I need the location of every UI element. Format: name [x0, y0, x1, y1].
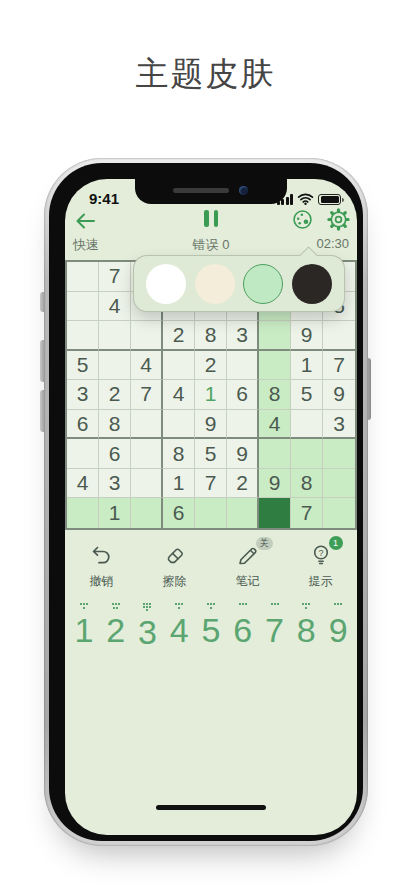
cell-r9c3[interactable] — [131, 498, 163, 528]
undo-icon — [88, 541, 116, 568]
cell-r6c6[interactable] — [227, 410, 259, 440]
remaining-dots-2 — [110, 603, 121, 610]
home-indicator — [156, 805, 266, 810]
cell-r5c9[interactable]: 9 — [323, 380, 355, 410]
status-icons — [277, 193, 342, 205]
cell-r5c6[interactable]: 6 — [227, 380, 259, 410]
cell-r7c8[interactable] — [291, 439, 323, 469]
pencil-icon: 关 — [234, 541, 262, 568]
cell-r9c1[interactable] — [67, 498, 99, 528]
speaker-icon — [173, 188, 229, 193]
back-button[interactable] — [73, 208, 101, 234]
undo-button[interactable]: 撤销 — [88, 541, 116, 590]
numpad-digit: 1 — [74, 613, 93, 647]
cell-r4c8[interactable]: 1 — [291, 351, 323, 381]
erase-button[interactable]: 擦除 — [161, 541, 189, 590]
theme-swatch-cream[interactable] — [195, 264, 235, 304]
back-arrow-icon — [73, 210, 97, 232]
timer-label: 02:30 — [316, 236, 349, 251]
notes-off-badge: 关 — [256, 537, 273, 550]
phone-frame: 9:41 — [44, 158, 368, 846]
bulb-icon: ? 1 — [307, 541, 335, 568]
theme-swatch-dark[interactable] — [292, 264, 332, 304]
hint-count-badge: 1 — [329, 536, 343, 550]
hint-button[interactable]: ? 1 提示 — [307, 541, 335, 590]
numpad-digit: 6 — [233, 613, 252, 647]
pause-button[interactable] — [204, 210, 218, 227]
cell-r6c4[interactable] — [163, 410, 195, 440]
cell-r8c2[interactable]: 3 — [99, 469, 131, 499]
numpad-8[interactable]: 8 — [290, 603, 322, 659]
remaining-dots-7 — [269, 603, 280, 610]
camera-icon — [239, 186, 248, 195]
numpad-9[interactable]: 9 — [322, 603, 354, 659]
numpad-digit: 2 — [106, 613, 125, 647]
cell-r8c9[interactable] — [323, 469, 355, 499]
cell-r3c6[interactable]: 3 — [227, 321, 259, 351]
cell-r3c1[interactable] — [67, 321, 99, 351]
cell-r7c5[interactable]: 5 — [195, 439, 227, 469]
cell-r3c8[interactable]: 9 — [291, 321, 323, 351]
app-screen: 9:41 — [65, 179, 357, 835]
cell-r4c6[interactable] — [227, 351, 259, 381]
numpad-7[interactable]: 7 — [259, 603, 291, 659]
cell-r8c1[interactable]: 4 — [67, 469, 99, 499]
cell-r4c3[interactable]: 4 — [131, 351, 163, 381]
toolbar: 撤销 擦除 — [65, 541, 357, 599]
cell-r9c6[interactable] — [227, 498, 259, 528]
palette-icon — [291, 208, 314, 231]
cell-r3c2[interactable] — [99, 321, 131, 351]
cell-r1c2[interactable]: 7 — [99, 262, 131, 292]
settings-button[interactable] — [327, 208, 350, 231]
remaining-dots-9 — [333, 603, 344, 610]
status-time: 9:41 — [89, 190, 119, 207]
page-title: 主题皮肤 — [0, 52, 411, 97]
remaining-dots-6 — [237, 603, 248, 610]
cell-r3c3[interactable] — [131, 321, 163, 351]
theme-button[interactable] — [291, 208, 314, 231]
cell-r3c5[interactable]: 8 — [195, 321, 227, 351]
cell-r7c7[interactable] — [259, 439, 291, 469]
remaining-dots-1 — [78, 603, 89, 610]
number-pad: 123456789 — [65, 603, 357, 659]
cell-r5c8[interactable]: 5 — [291, 380, 323, 410]
cell-r7c3[interactable] — [131, 439, 163, 469]
cell-r4c5[interactable]: 2 — [195, 351, 227, 381]
cell-r9c2[interactable]: 1 — [99, 498, 131, 528]
cell-r3c9[interactable] — [323, 321, 355, 351]
remaining-dots-8 — [301, 603, 312, 610]
notes-button[interactable]: 关 笔记 — [234, 541, 262, 590]
cell-r5c5[interactable]: 1 — [195, 380, 227, 410]
eraser-icon — [161, 541, 189, 568]
cell-r9c9[interactable] — [323, 498, 355, 528]
numpad-digit: 7 — [265, 613, 284, 647]
cell-r4c2[interactable] — [99, 351, 131, 381]
cell-r9c4[interactable]: 6 — [163, 498, 195, 528]
cell-r9c5[interactable] — [195, 498, 227, 528]
remaining-dots-4 — [174, 603, 185, 610]
cell-r7c4[interactable]: 8 — [163, 439, 195, 469]
cell-r8c6[interactable]: 2 — [227, 469, 259, 499]
numpad-6[interactable]: 6 — [227, 603, 259, 659]
cell-r5c3[interactable]: 7 — [131, 380, 163, 410]
numpad-digit: 5 — [202, 613, 221, 647]
cell-r8c7[interactable]: 9 — [259, 469, 291, 499]
cell-r8c4[interactable]: 1 — [163, 469, 195, 499]
phone-bezel: 9:41 — [49, 163, 363, 841]
numpad-1[interactable]: 1 — [68, 603, 100, 659]
numpad-4[interactable]: 4 — [163, 603, 195, 659]
cell-r6c5[interactable]: 9 — [195, 410, 227, 440]
cell-r3c7[interactable] — [259, 321, 291, 351]
cell-r8c8[interactable]: 8 — [291, 469, 323, 499]
numpad-3[interactable]: 3 — [132, 603, 164, 659]
cell-r6c8[interactable] — [291, 410, 323, 440]
cell-r5c7[interactable]: 8 — [259, 380, 291, 410]
cell-r9c8[interactable]: 7 — [291, 498, 323, 528]
theme-swatch-green[interactable] — [243, 264, 283, 304]
cell-r7c1[interactable] — [67, 439, 99, 469]
cell-r4c9[interactable]: 7 — [323, 351, 355, 381]
numpad-5[interactable]: 5 — [195, 603, 227, 659]
cell-r4c4[interactable] — [163, 351, 195, 381]
cell-r4c1[interactable]: 5 — [67, 351, 99, 381]
cell-r4c7[interactable] — [259, 351, 291, 381]
cell-r5c1[interactable]: 3 — [67, 380, 99, 410]
cell-r3c4[interactable]: 2 — [163, 321, 195, 351]
cell-r6c3[interactable] — [131, 410, 163, 440]
cell-r7c2[interactable]: 6 — [99, 439, 131, 469]
numpad-digit: 3 — [138, 615, 157, 649]
cell-r7c9[interactable] — [323, 439, 355, 469]
cell-r6c1[interactable]: 6 — [67, 410, 99, 440]
cell-r9c7[interactable] — [259, 498, 291, 528]
numpad-digit: 9 — [329, 613, 348, 647]
cell-r1c1[interactable] — [67, 262, 99, 292]
cell-r5c4[interactable]: 4 — [163, 380, 195, 410]
notch — [135, 179, 287, 204]
nav-bar — [65, 206, 357, 236]
cell-r8c5[interactable]: 7 — [195, 469, 227, 499]
gear-icon — [327, 208, 350, 231]
remaining-dots-3 — [142, 603, 153, 612]
remaining-dots-5 — [205, 603, 216, 610]
cell-r8c3[interactable] — [131, 469, 163, 499]
battery-icon — [318, 194, 341, 206]
cell-r2c2[interactable]: 4 — [99, 292, 131, 322]
numpad-2[interactable]: 2 — [100, 603, 132, 659]
cell-r5c2[interactable]: 2 — [99, 380, 131, 410]
theme-popup — [133, 255, 345, 312]
svg-text:?: ? — [318, 547, 323, 557]
cell-r6c7[interactable]: 4 — [259, 410, 291, 440]
cell-r2c1[interactable] — [67, 292, 99, 322]
theme-swatch-white[interactable] — [146, 264, 186, 304]
numpad-digit: 8 — [297, 613, 316, 647]
cell-r7c6[interactable]: 9 — [227, 439, 259, 469]
pause-icon — [204, 210, 209, 227]
cell-r6c2[interactable]: 8 — [99, 410, 131, 440]
wifi-icon — [297, 193, 314, 205]
cell-r6c9[interactable]: 3 — [323, 410, 355, 440]
numpad-digit: 4 — [170, 613, 189, 647]
